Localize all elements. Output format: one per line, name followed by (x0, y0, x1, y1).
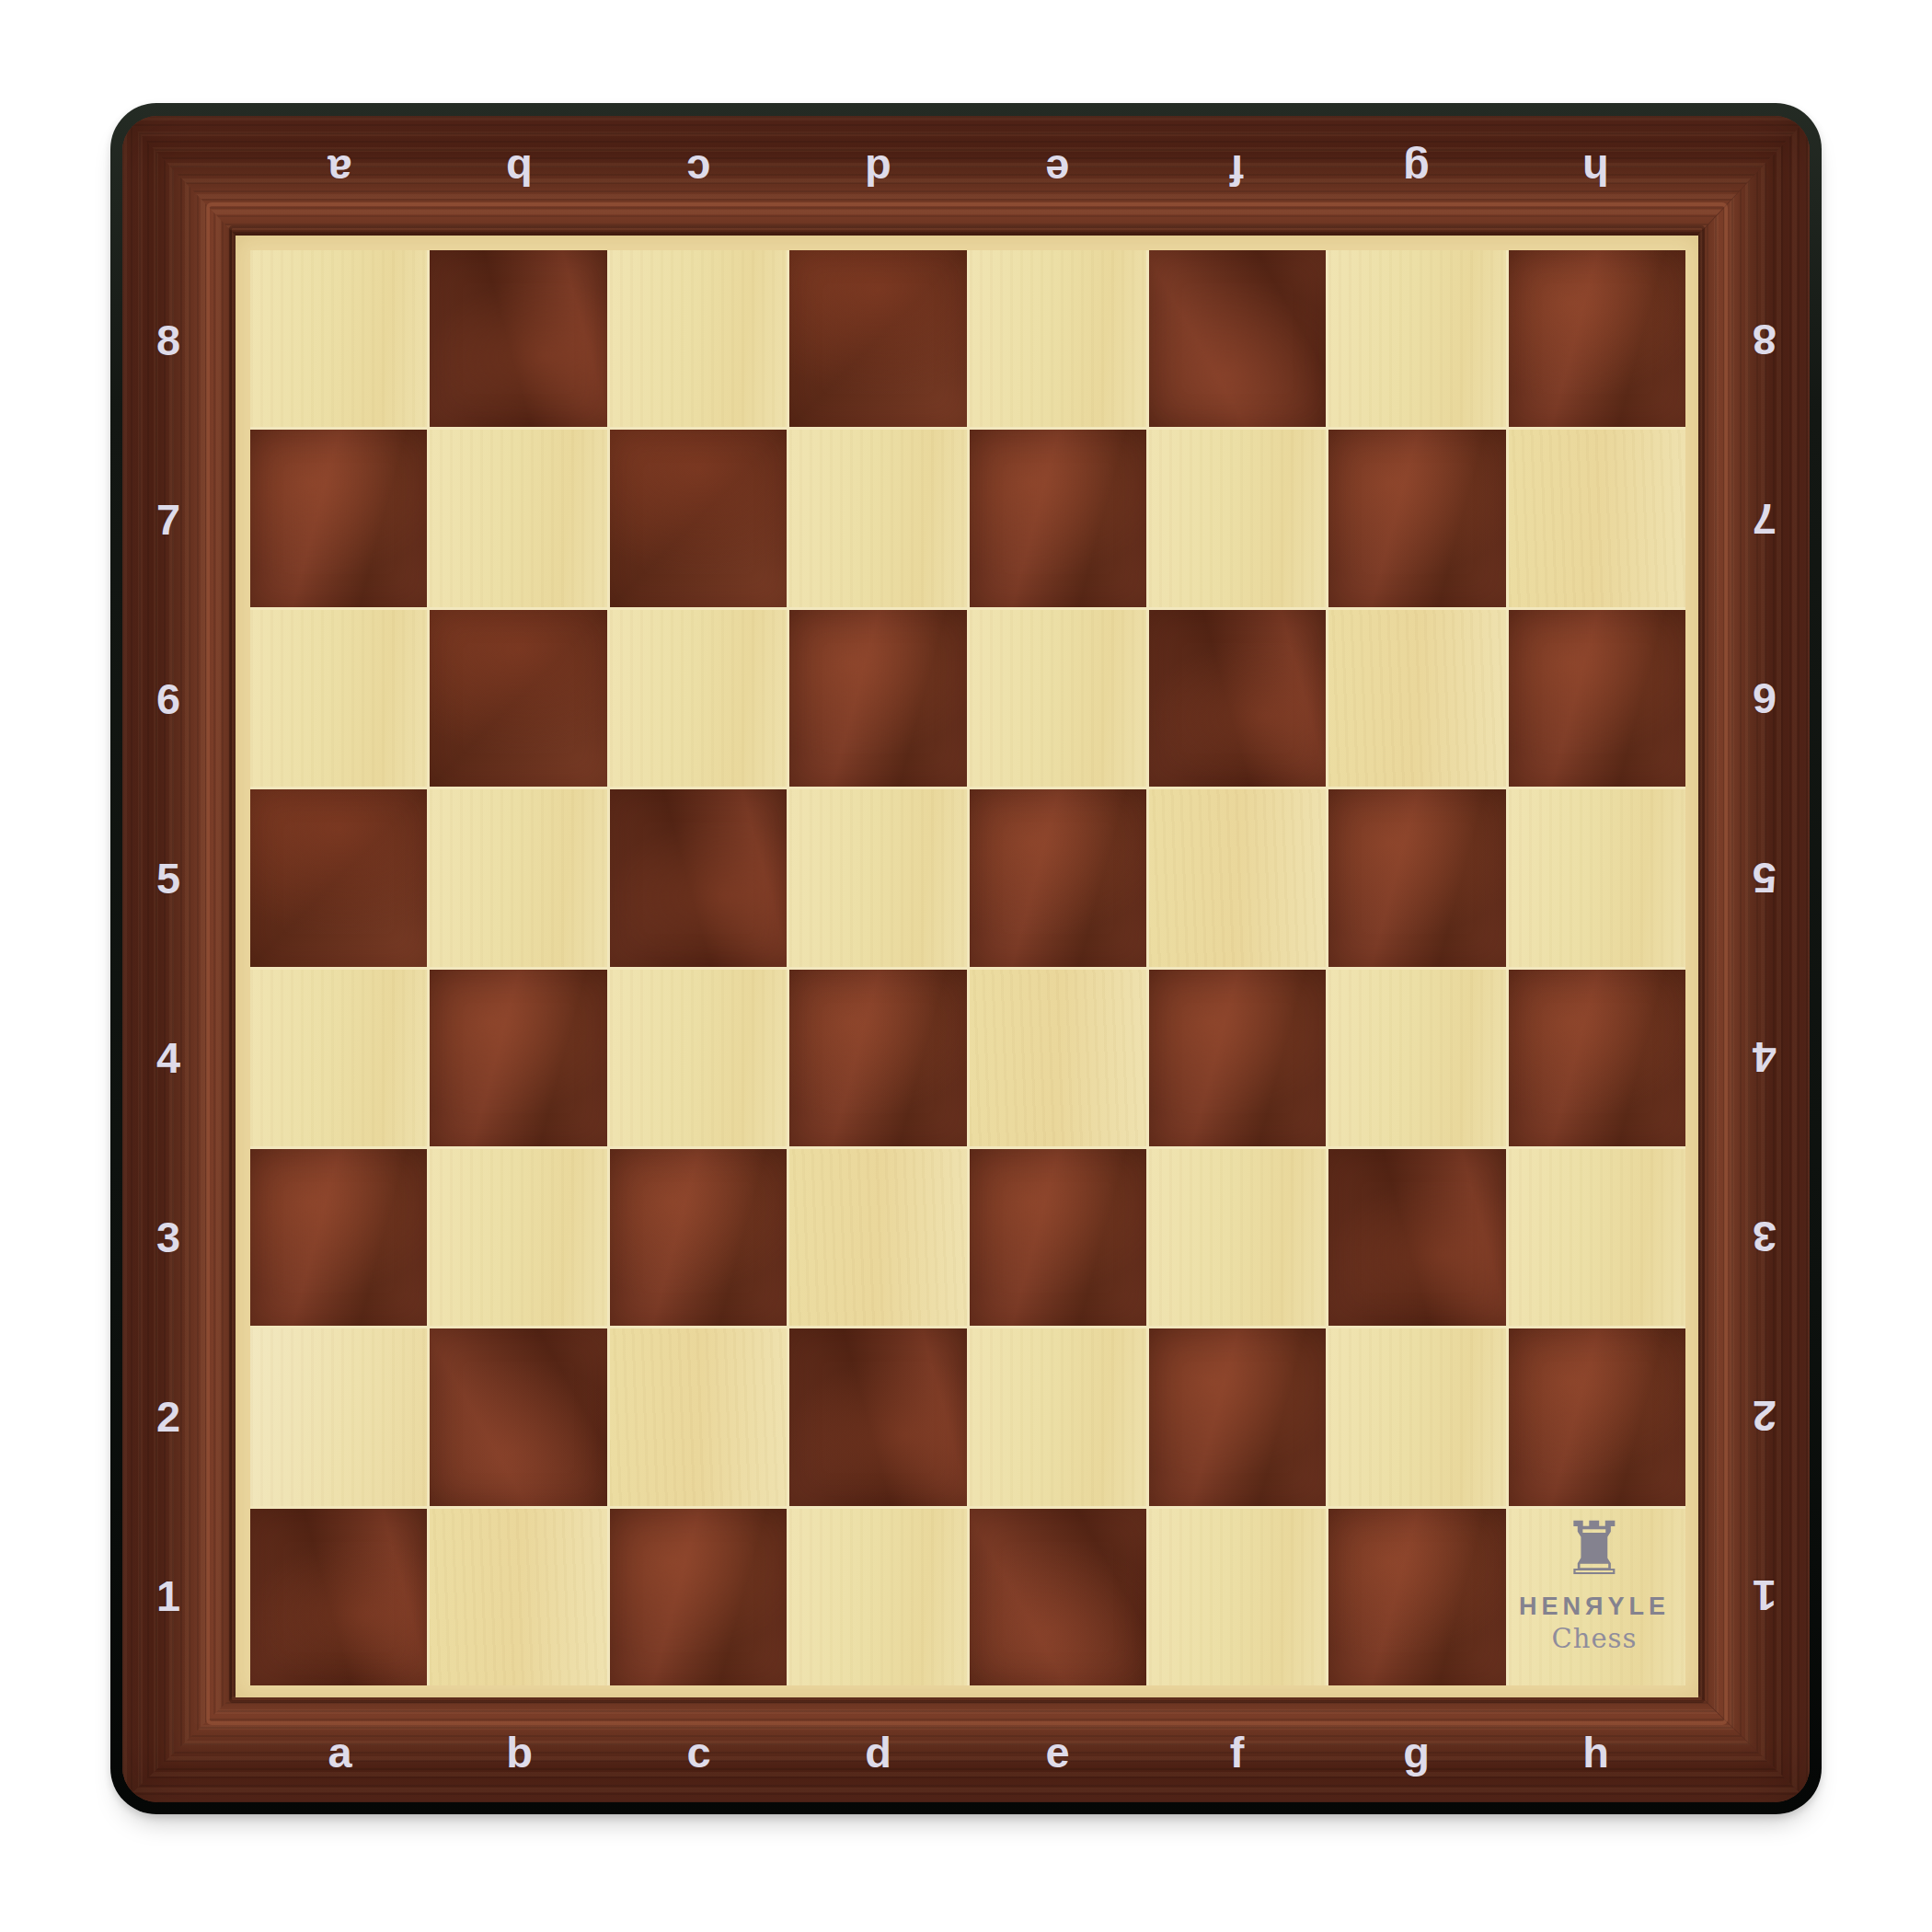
file-label: c (609, 1726, 788, 1777)
rank-label: 2 (1737, 1327, 1792, 1506)
rank-label: 7 (141, 430, 196, 609)
square-a4[interactable] (250, 970, 427, 1146)
square-g4[interactable] (1328, 970, 1505, 1146)
file-label: h (1506, 145, 1685, 197)
square-c4[interactable] (610, 970, 787, 1146)
file-label: e (968, 1726, 1147, 1777)
rank-label: 3 (1737, 1147, 1792, 1327)
square-d7[interactable] (789, 430, 966, 606)
square-d5[interactable] (789, 789, 966, 966)
square-b3[interactable] (430, 1149, 606, 1326)
file-label: d (788, 1726, 968, 1777)
file-labels-bottom: a b c d e f g h (250, 1726, 1685, 1777)
rank-label: 4 (141, 968, 196, 1147)
rank-label: 8 (141, 250, 196, 430)
square-h1[interactable] (1509, 1509, 1685, 1685)
square-e8[interactable] (970, 250, 1146, 427)
square-e7[interactable] (970, 430, 1146, 606)
file-label: g (1327, 1726, 1506, 1777)
square-b1[interactable] (430, 1509, 606, 1685)
rank-label: 5 (141, 788, 196, 968)
square-h7[interactable] (1509, 430, 1685, 606)
square-f6[interactable] (1149, 610, 1326, 787)
square-d4[interactable] (789, 970, 966, 1146)
rank-label: 1 (1737, 1506, 1792, 1685)
square-f7[interactable] (1149, 430, 1326, 606)
rank-label: 1 (141, 1506, 196, 1685)
file-label: h (1506, 1726, 1685, 1777)
square-e2[interactable] (970, 1328, 1146, 1505)
file-label: e (968, 145, 1147, 197)
square-b2[interactable] (430, 1328, 606, 1505)
square-g2[interactable] (1328, 1328, 1505, 1505)
square-d6[interactable] (789, 610, 966, 787)
rank-labels-left: 8 7 6 5 4 3 2 1 (141, 250, 196, 1685)
square-e5[interactable] (970, 789, 1146, 966)
square-h4[interactable] (1509, 970, 1685, 1146)
square-a8[interactable] (250, 250, 427, 427)
square-e1[interactable] (970, 1509, 1146, 1685)
square-a5[interactable] (250, 789, 427, 966)
square-a6[interactable] (250, 610, 427, 787)
square-b6[interactable] (430, 610, 606, 787)
square-a7[interactable] (250, 430, 427, 606)
chess-board (250, 250, 1685, 1685)
square-g8[interactable] (1328, 250, 1505, 427)
rank-label: 6 (141, 609, 196, 788)
square-g1[interactable] (1328, 1509, 1505, 1685)
square-b7[interactable] (430, 430, 606, 606)
square-f2[interactable] (1149, 1328, 1326, 1505)
rank-label: 3 (141, 1147, 196, 1327)
square-c5[interactable] (610, 789, 787, 966)
square-f5[interactable] (1149, 789, 1326, 966)
square-f3[interactable] (1149, 1149, 1326, 1326)
file-label: f (1147, 1726, 1327, 1777)
square-h6[interactable] (1509, 610, 1685, 787)
square-c1[interactable] (610, 1509, 787, 1685)
rank-label: 8 (1737, 250, 1792, 430)
file-label: b (430, 145, 609, 197)
square-d8[interactable] (789, 250, 966, 427)
square-b4[interactable] (430, 970, 606, 1146)
file-label: d (788, 145, 968, 197)
square-e6[interactable] (970, 610, 1146, 787)
square-g3[interactable] (1328, 1149, 1505, 1326)
square-h2[interactable] (1509, 1328, 1685, 1505)
file-label: b (430, 1726, 609, 1777)
file-labels-top: a b c d e f g h (250, 145, 1685, 197)
square-f4[interactable] (1149, 970, 1326, 1146)
square-b5[interactable] (430, 789, 606, 966)
rank-label: 4 (1737, 968, 1792, 1147)
file-label: a (250, 145, 430, 197)
square-b8[interactable] (430, 250, 606, 427)
file-label: g (1327, 145, 1506, 197)
square-a3[interactable] (250, 1149, 427, 1326)
square-a1[interactable] (250, 1509, 427, 1685)
square-f1[interactable] (1149, 1509, 1326, 1685)
rank-labels-right: 8 7 6 5 4 3 2 1 (1737, 250, 1792, 1685)
file-label: a (250, 1726, 430, 1777)
square-c3[interactable] (610, 1149, 787, 1326)
file-label: f (1147, 145, 1327, 197)
square-d2[interactable] (789, 1328, 966, 1505)
square-d1[interactable] (789, 1509, 966, 1685)
rank-label: 6 (1737, 609, 1792, 788)
square-h8[interactable] (1509, 250, 1685, 427)
square-f8[interactable] (1149, 250, 1326, 427)
square-h5[interactable] (1509, 789, 1685, 966)
square-g5[interactable] (1328, 789, 1505, 966)
square-h3[interactable] (1509, 1149, 1685, 1326)
square-c7[interactable] (610, 430, 787, 606)
square-e3[interactable] (970, 1149, 1146, 1326)
file-label: c (609, 145, 788, 197)
rank-label: 7 (1737, 430, 1792, 609)
chessboard-photo: a b c d e f g h a b c d e f g h 8 7 6 5 … (0, 0, 1932, 1932)
square-e4[interactable] (970, 970, 1146, 1146)
square-d3[interactable] (789, 1149, 966, 1326)
square-c6[interactable] (610, 610, 787, 787)
square-c2[interactable] (610, 1328, 787, 1505)
rank-label: 2 (141, 1327, 196, 1506)
square-g7[interactable] (1328, 430, 1505, 606)
rank-label: 5 (1737, 788, 1792, 968)
square-a2[interactable] (250, 1328, 427, 1505)
square-c8[interactable] (610, 250, 787, 427)
square-g6[interactable] (1328, 610, 1505, 787)
